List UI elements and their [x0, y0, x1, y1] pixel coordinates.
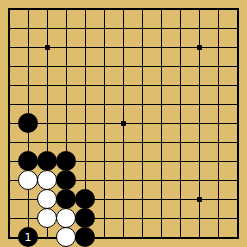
intersection-B11[interactable]: [19, 38, 38, 57]
intersection-C1[interactable]: [38, 228, 57, 247]
intersection-N13[interactable]: [228, 0, 247, 19]
intersection-B12[interactable]: [19, 19, 38, 38]
intersection-A1[interactable]: [0, 228, 19, 247]
intersection-H5[interactable]: [133, 152, 152, 171]
intersection-G6[interactable]: [114, 133, 133, 152]
intersection-J12[interactable]: [152, 19, 171, 38]
intersection-N7[interactable]: [228, 114, 247, 133]
intersection-B2[interactable]: [19, 209, 38, 228]
intersection-H11[interactable]: [133, 38, 152, 57]
intersection-B3[interactable]: [19, 190, 38, 209]
intersection-L7[interactable]: [190, 114, 209, 133]
intersection-F10[interactable]: [95, 57, 114, 76]
intersection-E13[interactable]: [76, 0, 95, 19]
black-stone: [18, 151, 38, 171]
intersection-J1[interactable]: [152, 228, 171, 247]
black-stone: [56, 189, 76, 209]
intersection-M2[interactable]: [209, 209, 228, 228]
intersection-J4[interactable]: [152, 171, 171, 190]
intersection-A7[interactable]: [0, 114, 19, 133]
white-stone: [37, 208, 57, 228]
intersection-G10[interactable]: [114, 57, 133, 76]
move-number-label: 1: [25, 232, 32, 243]
white-stone: [56, 227, 76, 247]
intersection-E12[interactable]: [76, 19, 95, 38]
intersection-J11[interactable]: [152, 38, 171, 57]
intersection-L10[interactable]: [190, 57, 209, 76]
intersection-G13[interactable]: [114, 0, 133, 19]
intersection-J2[interactable]: [152, 209, 171, 228]
intersection-H7[interactable]: [133, 114, 152, 133]
intersection-E7[interactable]: [76, 114, 95, 133]
white-stone: [18, 170, 38, 190]
intersection-K6[interactable]: [171, 133, 190, 152]
intersection-L8[interactable]: [190, 95, 209, 114]
intersection-E3[interactable]: [76, 190, 95, 209]
intersection-B8[interactable]: [19, 95, 38, 114]
intersection-F7[interactable]: [95, 114, 114, 133]
intersection-K9[interactable]: [171, 76, 190, 95]
intersection-K11[interactable]: [171, 38, 190, 57]
intersection-N6[interactable]: [228, 133, 247, 152]
black-stone: [75, 189, 95, 209]
intersection-A9[interactable]: [0, 76, 19, 95]
intersection-G3[interactable]: [114, 190, 133, 209]
intersection-D13[interactable]: [57, 0, 76, 19]
intersection-M8[interactable]: [209, 95, 228, 114]
intersection-M12[interactable]: [209, 19, 228, 38]
intersection-N9[interactable]: [228, 76, 247, 95]
intersection-A11[interactable]: [0, 38, 19, 57]
intersection-A2[interactable]: [0, 209, 19, 228]
intersection-N4[interactable]: [228, 171, 247, 190]
intersection-H6[interactable]: [133, 133, 152, 152]
intersection-M5[interactable]: [209, 152, 228, 171]
intersection-B13[interactable]: [19, 0, 38, 19]
intersection-C9[interactable]: [38, 76, 57, 95]
intersection-J13[interactable]: [152, 0, 171, 19]
black-stone: [56, 170, 76, 190]
intersection-E10[interactable]: [76, 57, 95, 76]
intersection-A13[interactable]: [0, 0, 19, 19]
intersection-B5[interactable]: [19, 152, 38, 171]
intersection-K1[interactable]: [171, 228, 190, 247]
intersection-E6[interactable]: [76, 133, 95, 152]
black-stone: [56, 151, 76, 171]
intersection-C13[interactable]: [38, 0, 57, 19]
intersection-F1[interactable]: [95, 228, 114, 247]
intersection-M9[interactable]: [209, 76, 228, 95]
intersection-D9[interactable]: [57, 76, 76, 95]
stones-layer: 1: [0, 0, 247, 247]
intersection-D7[interactable]: [57, 114, 76, 133]
intersection-G7[interactable]: [114, 114, 133, 133]
intersection-M13[interactable]: [209, 0, 228, 19]
intersection-A12[interactable]: [0, 19, 19, 38]
intersection-C6[interactable]: [38, 133, 57, 152]
intersection-L4[interactable]: [190, 171, 209, 190]
intersection-M10[interactable]: [209, 57, 228, 76]
intersection-J10[interactable]: [152, 57, 171, 76]
intersection-C7[interactable]: [38, 114, 57, 133]
intersection-K5[interactable]: [171, 152, 190, 171]
intersection-D6[interactable]: [57, 133, 76, 152]
intersection-L5[interactable]: [190, 152, 209, 171]
intersection-F5[interactable]: [95, 152, 114, 171]
intersection-G11[interactable]: [114, 38, 133, 57]
intersection-G9[interactable]: [114, 76, 133, 95]
intersection-L6[interactable]: [190, 133, 209, 152]
white-stone: [37, 189, 57, 209]
intersection-G5[interactable]: [114, 152, 133, 171]
intersection-E11[interactable]: [76, 38, 95, 57]
intersection-H8[interactable]: [133, 95, 152, 114]
intersection-J8[interactable]: [152, 95, 171, 114]
intersection-E2[interactable]: [76, 209, 95, 228]
black-stone: [37, 151, 57, 171]
intersection-F2[interactable]: [95, 209, 114, 228]
intersection-F8[interactable]: [95, 95, 114, 114]
intersection-N1[interactable]: [228, 228, 247, 247]
intersection-D12[interactable]: [57, 19, 76, 38]
intersection-D8[interactable]: [57, 95, 76, 114]
intersection-A4[interactable]: [0, 171, 19, 190]
intersection-G12[interactable]: [114, 19, 133, 38]
intersection-H10[interactable]: [133, 57, 152, 76]
intersection-N5[interactable]: [228, 152, 247, 171]
intersection-D4[interactable]: [57, 171, 76, 190]
intersection-H9[interactable]: [133, 76, 152, 95]
intersection-C10[interactable]: [38, 57, 57, 76]
intersection-C11[interactable]: [38, 38, 57, 57]
intersection-F13[interactable]: [95, 0, 114, 19]
intersection-D3[interactable]: [57, 190, 76, 209]
intersection-A3[interactable]: [0, 190, 19, 209]
black-stone: [75, 208, 95, 228]
intersection-J5[interactable]: [152, 152, 171, 171]
intersection-L11[interactable]: [190, 38, 209, 57]
intersection-B9[interactable]: [19, 76, 38, 95]
intersection-A5[interactable]: [0, 152, 19, 171]
intersection-K7[interactable]: [171, 114, 190, 133]
intersection-N11[interactable]: [228, 38, 247, 57]
intersection-L3[interactable]: [190, 190, 209, 209]
intersection-H3[interactable]: [133, 190, 152, 209]
intersection-K3[interactable]: [171, 190, 190, 209]
intersection-E1[interactable]: [76, 228, 95, 247]
intersection-H1[interactable]: [133, 228, 152, 247]
intersection-D5[interactable]: [57, 152, 76, 171]
intersection-K13[interactable]: [171, 0, 190, 19]
intersection-M1[interactable]: [209, 228, 228, 247]
white-stone: [56, 208, 76, 228]
black-stone: 1: [18, 227, 38, 247]
intersection-H4[interactable]: [133, 171, 152, 190]
intersection-C8[interactable]: [38, 95, 57, 114]
intersection-L12[interactable]: [190, 19, 209, 38]
intersection-J7[interactable]: [152, 114, 171, 133]
white-stone: [37, 170, 57, 190]
intersection-M7[interactable]: [209, 114, 228, 133]
intersection-D11[interactable]: [57, 38, 76, 57]
intersection-B6[interactable]: [19, 133, 38, 152]
intersection-D2[interactable]: [57, 209, 76, 228]
intersection-B4[interactable]: [19, 171, 38, 190]
intersection-H12[interactable]: [133, 19, 152, 38]
intersection-N3[interactable]: [228, 190, 247, 209]
intersection-L2[interactable]: [190, 209, 209, 228]
intersection-K10[interactable]: [171, 57, 190, 76]
intersection-K8[interactable]: [171, 95, 190, 114]
intersection-F6[interactable]: [95, 133, 114, 152]
intersection-N10[interactable]: [228, 57, 247, 76]
intersection-E5[interactable]: [76, 152, 95, 171]
intersection-N8[interactable]: [228, 95, 247, 114]
intersection-K4[interactable]: [171, 171, 190, 190]
intersection-B7[interactable]: [19, 114, 38, 133]
intersection-L9[interactable]: [190, 76, 209, 95]
intersection-G8[interactable]: [114, 95, 133, 114]
intersection-L1[interactable]: [190, 228, 209, 247]
intersection-K12[interactable]: [171, 19, 190, 38]
intersection-C3[interactable]: [38, 190, 57, 209]
intersection-B10[interactable]: [19, 57, 38, 76]
intersection-G4[interactable]: [114, 171, 133, 190]
intersection-H13[interactable]: [133, 0, 152, 19]
intersection-J9[interactable]: [152, 76, 171, 95]
intersection-E4[interactable]: [76, 171, 95, 190]
intersection-F9[interactable]: [95, 76, 114, 95]
intersection-L13[interactable]: [190, 0, 209, 19]
intersection-M11[interactable]: [209, 38, 228, 57]
intersection-J6[interactable]: [152, 133, 171, 152]
intersection-N2[interactable]: [228, 209, 247, 228]
black-stone: [75, 227, 95, 247]
go-board: 1: [0, 0, 247, 247]
intersection-K2[interactable]: [171, 209, 190, 228]
intersection-E8[interactable]: [76, 95, 95, 114]
intersection-A6[interactable]: [0, 133, 19, 152]
intersection-N12[interactable]: [228, 19, 247, 38]
intersection-D10[interactable]: [57, 57, 76, 76]
intersection-F4[interactable]: [95, 171, 114, 190]
intersection-A8[interactable]: [0, 95, 19, 114]
black-stone: [18, 113, 38, 133]
intersection-F11[interactable]: [95, 38, 114, 57]
intersection-H2[interactable]: [133, 209, 152, 228]
intersection-M4[interactable]: [209, 171, 228, 190]
intersection-G2[interactable]: [114, 209, 133, 228]
intersection-M6[interactable]: [209, 133, 228, 152]
intersection-F3[interactable]: [95, 190, 114, 209]
intersection-G1[interactable]: [114, 228, 133, 247]
intersection-J3[interactable]: [152, 190, 171, 209]
intersection-D1[interactable]: [57, 228, 76, 247]
intersection-F12[interactable]: [95, 19, 114, 38]
intersection-A10[interactable]: [0, 57, 19, 76]
intersection-C4[interactable]: [38, 171, 57, 190]
intersection-C5[interactable]: [38, 152, 57, 171]
intersection-B1[interactable]: 1: [19, 228, 38, 247]
intersection-C12[interactable]: [38, 19, 57, 38]
intersection-E9[interactable]: [76, 76, 95, 95]
intersection-M3[interactable]: [209, 190, 228, 209]
intersection-C2[interactable]: [38, 209, 57, 228]
